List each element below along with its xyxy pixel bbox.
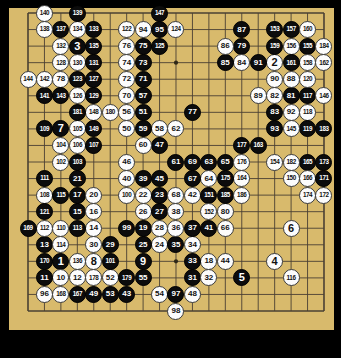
stone-black-37[interactable]: 37 xyxy=(184,220,201,237)
move-number: 18 xyxy=(204,257,213,265)
move-number: 171 xyxy=(319,175,328,181)
move-number: 112 xyxy=(40,225,49,231)
move-number: 89 xyxy=(254,92,263,100)
move-number: 10 xyxy=(56,274,65,282)
stone-black-163[interactable]: 163 xyxy=(250,137,267,154)
move-number: 9 xyxy=(140,256,146,267)
move-number: 122 xyxy=(122,26,131,32)
move-number: 35 xyxy=(172,241,181,249)
stone-white-180[interactable]: 180 xyxy=(102,104,119,121)
stone-black-167[interactable]: 167 xyxy=(69,286,86,303)
move-number: 97 xyxy=(172,290,181,298)
stone-white-44[interactable]: 44 xyxy=(217,253,234,270)
stone-black-73[interactable]: 73 xyxy=(135,54,152,71)
move-number: 168 xyxy=(56,291,65,297)
move-number: 149 xyxy=(89,126,98,132)
move-number: 164 xyxy=(237,175,246,181)
stone-white-144[interactable]: 144 xyxy=(20,71,37,88)
stone-black-170[interactable]: 170 xyxy=(36,253,53,270)
stone-black-65[interactable]: 65 xyxy=(217,154,234,171)
move-number: 181 xyxy=(73,109,82,115)
move-number: 45 xyxy=(155,175,164,183)
stone-black-139[interactable]: 139 xyxy=(69,5,86,22)
move-number: 12 xyxy=(73,274,82,282)
stone-white-176[interactable]: 176 xyxy=(233,154,250,171)
move-number: 20 xyxy=(89,191,98,199)
move-number: 94 xyxy=(139,26,148,34)
move-number: 144 xyxy=(23,76,32,82)
move-number: 85 xyxy=(221,59,230,67)
stone-black-121[interactable]: 121 xyxy=(36,203,53,220)
stone-white-156[interactable]: 156 xyxy=(283,38,300,55)
stone-black-67[interactable]: 67 xyxy=(184,170,201,187)
move-number: 13 xyxy=(40,241,49,249)
move-number: 30 xyxy=(89,241,98,249)
stone-black-79[interactable]: 79 xyxy=(233,38,250,55)
move-number: 117 xyxy=(303,93,312,99)
move-number: 165 xyxy=(303,159,312,165)
move-number: 93 xyxy=(270,125,279,133)
move-number: 141 xyxy=(40,93,49,99)
move-number: 88 xyxy=(287,75,296,83)
move-number: 128 xyxy=(56,60,65,66)
move-number: 72 xyxy=(122,75,131,83)
move-number: 152 xyxy=(204,209,213,215)
stone-white-134[interactable]: 134 xyxy=(69,21,86,38)
stone-white-42[interactable]: 42 xyxy=(184,187,201,204)
stone-white-60[interactable]: 60 xyxy=(135,137,152,154)
move-number: 43 xyxy=(122,290,131,298)
move-number: 109 xyxy=(40,126,49,132)
move-number: 42 xyxy=(188,191,197,199)
move-number: 34 xyxy=(188,241,197,249)
stone-black-17[interactable]: 17 xyxy=(69,187,86,204)
move-number: 132 xyxy=(56,43,65,49)
move-number: 55 xyxy=(139,274,148,282)
move-number: 19 xyxy=(139,224,148,232)
move-number: 79 xyxy=(237,42,246,50)
stone-white-86[interactable]: 86 xyxy=(217,38,234,55)
stone-black-111[interactable]: 111 xyxy=(36,170,53,187)
stone-black-9[interactable]: 9 xyxy=(135,253,152,270)
go-board: 1234567891011121314151617181920212223242… xyxy=(9,8,334,330)
stone-white-182[interactable]: 182 xyxy=(283,154,300,171)
stone-black-99[interactable]: 99 xyxy=(118,220,135,237)
stone-black-175[interactable]: 175 xyxy=(217,170,234,187)
stone-black-103[interactable]: 103 xyxy=(69,154,86,171)
stone-white-112[interactable]: 112 xyxy=(36,220,53,237)
stone-white-142[interactable]: 142 xyxy=(36,71,53,88)
stone-black-83[interactable]: 83 xyxy=(266,104,283,121)
move-number: 123 xyxy=(73,76,82,82)
move-number: 24 xyxy=(155,241,164,249)
stone-black-81[interactable]: 81 xyxy=(283,87,300,104)
move-number: 51 xyxy=(139,108,148,116)
stone-black-61[interactable]: 61 xyxy=(167,154,184,171)
move-number: 166 xyxy=(303,175,312,181)
stone-white-8[interactable]: 8 xyxy=(85,253,102,270)
stone-black-77[interactable]: 77 xyxy=(184,104,201,121)
move-number: 11 xyxy=(40,274,48,282)
stone-black-45[interactable]: 45 xyxy=(151,170,168,187)
stone-black-23[interactable]: 23 xyxy=(151,187,168,204)
move-number: 162 xyxy=(319,60,328,66)
stone-white-148[interactable]: 148 xyxy=(85,104,102,121)
move-number: 118 xyxy=(303,109,312,115)
move-number: 182 xyxy=(286,159,295,165)
stone-white-166[interactable]: 166 xyxy=(299,170,316,187)
move-number: 33 xyxy=(188,257,197,265)
move-number: 100 xyxy=(122,192,131,198)
move-number: 110 xyxy=(56,225,65,231)
stone-white-66[interactable]: 66 xyxy=(217,220,234,237)
move-number: 46 xyxy=(122,158,131,166)
stone-white-54[interactable]: 54 xyxy=(151,286,168,303)
move-number: 70 xyxy=(122,92,131,100)
stone-white-89[interactable]: 89 xyxy=(250,87,267,104)
stone-black-51[interactable]: 51 xyxy=(135,104,152,121)
stone-black-3[interactable]: 3 xyxy=(69,38,86,55)
stone-white-174[interactable]: 174 xyxy=(299,187,316,204)
stone-black-19[interactable]: 19 xyxy=(135,220,152,237)
stone-white-88[interactable]: 88 xyxy=(283,71,300,88)
move-number: 147 xyxy=(155,10,164,16)
stone-black-55[interactable]: 55 xyxy=(135,269,152,286)
stone-black-59[interactable]: 59 xyxy=(135,120,152,137)
move-number: 145 xyxy=(286,126,295,132)
stone-white-118[interactable]: 118 xyxy=(299,104,316,121)
move-number: 41 xyxy=(204,224,213,232)
stone-black-127[interactable]: 127 xyxy=(85,71,102,88)
move-number: 22 xyxy=(139,191,148,199)
move-number: 135 xyxy=(89,43,98,49)
stone-white-186[interactable]: 186 xyxy=(233,187,250,204)
stone-white-52[interactable]: 52 xyxy=(102,269,119,286)
stone-white-56[interactable]: 56 xyxy=(118,104,135,121)
stone-black-95[interactable]: 95 xyxy=(151,21,168,38)
move-number: 62 xyxy=(172,125,181,133)
stone-white-184[interactable]: 184 xyxy=(315,38,332,55)
move-number: 184 xyxy=(319,43,328,49)
stone-white-76[interactable]: 76 xyxy=(118,38,135,55)
stone-black-155[interactable]: 155 xyxy=(299,38,316,55)
stone-white-72[interactable]: 72 xyxy=(118,71,135,88)
move-number: 106 xyxy=(73,142,82,148)
stone-white-110[interactable]: 110 xyxy=(52,220,69,237)
move-number: 98 xyxy=(172,307,181,315)
stone-black-57[interactable]: 57 xyxy=(135,87,152,104)
move-number: 15 xyxy=(73,208,82,216)
move-number: 21 xyxy=(73,175,82,183)
move-number: 6 xyxy=(288,223,294,234)
stone-white-68[interactable]: 68 xyxy=(167,187,184,204)
stone-white-28[interactable]: 28 xyxy=(151,220,168,237)
move-number: 37 xyxy=(188,224,197,232)
move-number: 59 xyxy=(139,125,148,133)
move-number: 87 xyxy=(237,26,246,34)
move-number: 75 xyxy=(139,42,148,50)
move-number: 179 xyxy=(122,275,131,281)
stone-white-100[interactable]: 100 xyxy=(118,187,135,204)
move-number: 175 xyxy=(221,175,230,181)
stone-black-25[interactable]: 25 xyxy=(135,236,152,253)
move-number: 23 xyxy=(155,191,164,199)
move-number: 156 xyxy=(286,43,295,49)
move-number: 151 xyxy=(204,192,213,198)
stone-white-120[interactable]: 120 xyxy=(299,71,316,88)
move-number: 5 xyxy=(239,272,245,283)
move-number: 153 xyxy=(270,26,279,32)
stone-white-48[interactable]: 48 xyxy=(184,286,201,303)
move-number: 4 xyxy=(272,256,278,267)
stone-white-90[interactable]: 90 xyxy=(266,71,283,88)
stone-white-145[interactable]: 145 xyxy=(283,120,300,137)
stone-white-46[interactable]: 46 xyxy=(118,154,135,171)
move-number: 95 xyxy=(155,26,164,34)
move-number: 71 xyxy=(139,75,148,83)
stone-black-15[interactable]: 15 xyxy=(69,203,86,220)
move-number: 113 xyxy=(73,225,82,231)
move-number: 64 xyxy=(204,175,213,183)
move-number: 142 xyxy=(40,76,49,82)
move-number: 146 xyxy=(319,93,328,99)
move-number: 115 xyxy=(56,192,65,198)
move-number: 44 xyxy=(221,257,230,265)
move-number: 127 xyxy=(89,76,98,82)
move-number: 120 xyxy=(303,76,312,82)
stone-white-96[interactable]: 96 xyxy=(36,286,53,303)
move-number: 129 xyxy=(89,93,98,99)
move-number: 170 xyxy=(40,258,49,264)
move-number: 111 xyxy=(40,175,49,181)
stone-white-136[interactable]: 136 xyxy=(69,253,86,270)
move-number: 133 xyxy=(89,26,98,32)
move-number: 161 xyxy=(286,60,295,66)
stone-black-39[interactable]: 39 xyxy=(135,170,152,187)
move-number: 77 xyxy=(188,108,197,116)
move-number: 27 xyxy=(155,208,164,216)
move-number: 65 xyxy=(221,158,230,166)
stone-black-29[interactable]: 29 xyxy=(102,236,119,253)
move-number: 114 xyxy=(56,242,65,248)
move-number: 38 xyxy=(172,208,181,216)
move-number: 25 xyxy=(139,241,148,249)
stone-white-138[interactable]: 138 xyxy=(36,21,53,38)
move-number: 66 xyxy=(221,224,230,232)
move-number: 104 xyxy=(56,142,65,148)
stone-black-33[interactable]: 33 xyxy=(184,253,201,270)
move-number: 82 xyxy=(270,92,279,100)
move-number: 119 xyxy=(303,126,312,132)
stone-black-161[interactable]: 161 xyxy=(283,54,300,71)
move-number: 52 xyxy=(106,274,115,282)
move-number: 137 xyxy=(56,26,65,32)
move-number: 14 xyxy=(89,224,98,232)
move-number: 86 xyxy=(221,42,230,50)
stone-white-80[interactable]: 80 xyxy=(217,203,234,220)
stone-white-130[interactable]: 130 xyxy=(69,54,86,71)
stone-white-92[interactable]: 92 xyxy=(283,104,300,121)
stone-black-169[interactable]: 169 xyxy=(20,220,37,237)
move-number: 148 xyxy=(89,109,98,115)
stone-black-85[interactable]: 85 xyxy=(217,54,234,71)
stone-white-26[interactable]: 26 xyxy=(135,203,152,220)
stone-white-154[interactable]: 154 xyxy=(266,154,283,171)
move-number: 167 xyxy=(73,291,82,297)
move-number: 91 xyxy=(254,59,263,67)
move-number: 3 xyxy=(74,41,80,52)
stone-black-157[interactable]: 157 xyxy=(283,21,300,38)
move-number: 57 xyxy=(139,92,148,100)
move-number: 76 xyxy=(122,42,131,50)
stone-black-47[interactable]: 47 xyxy=(151,137,168,154)
move-number: 116 xyxy=(287,275,296,281)
move-number: 36 xyxy=(172,224,181,232)
move-number: 67 xyxy=(188,175,197,183)
move-number: 83 xyxy=(270,108,279,116)
move-number: 159 xyxy=(270,43,279,49)
stone-white-98[interactable]: 98 xyxy=(167,303,184,320)
stone-black-53[interactable]: 53 xyxy=(102,286,119,303)
stone-black-41[interactable]: 41 xyxy=(200,220,217,237)
move-number: 99 xyxy=(122,224,131,232)
stone-white-140[interactable]: 140 xyxy=(36,5,53,22)
stone-white-14[interactable]: 14 xyxy=(85,220,102,237)
move-number: 16 xyxy=(89,208,98,216)
move-number: 136 xyxy=(73,258,82,264)
stone-black-185[interactable]: 185 xyxy=(217,187,234,204)
stone-black-159[interactable]: 159 xyxy=(266,38,283,55)
stone-white-20[interactable]: 20 xyxy=(85,187,102,204)
stone-black-101[interactable]: 101 xyxy=(102,253,119,270)
stone-black-75[interactable]: 75 xyxy=(135,38,152,55)
stone-white-132[interactable]: 132 xyxy=(52,38,69,55)
stone-black-181[interactable]: 181 xyxy=(69,104,86,121)
move-number: 140 xyxy=(40,10,49,16)
move-number: 108 xyxy=(40,192,49,198)
move-number: 173 xyxy=(319,159,328,165)
stone-black-135[interactable]: 135 xyxy=(85,38,102,55)
stone-white-108[interactable]: 108 xyxy=(36,187,53,204)
move-number: 185 xyxy=(221,192,230,198)
move-number: 28 xyxy=(155,224,164,232)
move-number: 124 xyxy=(171,26,180,32)
move-number: 125 xyxy=(155,43,164,49)
move-number: 63 xyxy=(204,158,213,166)
star-point xyxy=(174,61,178,65)
stone-white-4[interactable]: 4 xyxy=(266,253,283,270)
kifu-screenshot: { "game": "go", "board": { "size": 19, "… xyxy=(0,0,341,358)
move-number: 31 xyxy=(188,274,197,282)
stone-black-125[interactable]: 125 xyxy=(151,38,168,55)
stone-black-151[interactable]: 151 xyxy=(200,187,217,204)
move-number: 96 xyxy=(40,290,49,298)
stone-black-63[interactable]: 63 xyxy=(200,154,217,171)
move-number: 178 xyxy=(89,275,98,281)
stone-white-116[interactable]: 116 xyxy=(283,269,300,286)
stone-white-172[interactable]: 172 xyxy=(315,187,332,204)
move-number: 174 xyxy=(303,192,312,198)
stone-black-147[interactable]: 147 xyxy=(151,5,168,22)
move-number: 160 xyxy=(303,26,312,32)
move-number: 157 xyxy=(286,26,295,32)
move-number: 101 xyxy=(106,258,115,264)
stone-white-6[interactable]: 6 xyxy=(283,220,300,237)
stone-white-78[interactable]: 78 xyxy=(52,71,69,88)
stone-black-165[interactable]: 165 xyxy=(299,154,316,171)
move-number: 84 xyxy=(237,59,246,67)
move-number: 39 xyxy=(139,175,148,183)
stone-white-94[interactable]: 94 xyxy=(135,21,152,38)
move-number: 78 xyxy=(56,75,65,83)
move-number: 81 xyxy=(287,92,296,100)
move-number: 49 xyxy=(89,290,98,298)
move-number: 107 xyxy=(89,142,98,148)
move-number: 47 xyxy=(155,141,164,149)
move-number: 126 xyxy=(73,93,82,99)
move-number: 69 xyxy=(188,158,197,166)
move-number: 177 xyxy=(237,142,246,148)
stone-black-21[interactable]: 21 xyxy=(69,170,86,187)
move-number: 60 xyxy=(139,141,148,149)
move-number: 74 xyxy=(122,59,131,67)
stone-black-115[interactable]: 115 xyxy=(52,187,69,204)
move-number: 103 xyxy=(73,159,82,165)
move-number: 105 xyxy=(73,126,82,132)
stone-white-160[interactable]: 160 xyxy=(299,21,316,38)
stone-black-113[interactable]: 113 xyxy=(69,220,86,237)
stone-black-173[interactable]: 173 xyxy=(315,154,332,171)
move-number: 7 xyxy=(58,123,64,134)
move-number: 53 xyxy=(106,290,115,298)
move-number: 150 xyxy=(286,175,295,181)
move-number: 73 xyxy=(139,59,148,67)
stone-black-69[interactable]: 69 xyxy=(184,154,201,171)
stone-white-150[interactable]: 150 xyxy=(283,170,300,187)
stone-white-126[interactable]: 126 xyxy=(69,87,86,104)
move-number: 183 xyxy=(319,126,328,132)
stone-black-123[interactable]: 123 xyxy=(69,71,86,88)
move-number: 180 xyxy=(106,109,115,115)
move-number: 158 xyxy=(303,60,312,66)
move-number: 40 xyxy=(122,175,131,183)
move-number: 58 xyxy=(155,125,164,133)
move-number: 154 xyxy=(270,159,279,165)
stone-black-91[interactable]: 91 xyxy=(250,54,267,71)
move-number: 131 xyxy=(89,60,98,66)
move-number: 54 xyxy=(155,290,164,298)
move-number: 32 xyxy=(204,274,213,282)
stone-white-106[interactable]: 106 xyxy=(69,137,86,154)
move-number: 169 xyxy=(23,225,32,231)
move-number: 102 xyxy=(56,159,65,165)
move-number: 186 xyxy=(237,192,246,198)
move-number: 163 xyxy=(254,142,263,148)
move-number: 130 xyxy=(73,60,82,66)
move-number: 1 xyxy=(58,256,64,267)
stone-black-43[interactable]: 43 xyxy=(118,286,135,303)
move-number: 172 xyxy=(319,192,328,198)
move-number: 29 xyxy=(106,241,115,249)
move-number: 48 xyxy=(188,290,197,298)
move-number: 90 xyxy=(270,75,279,83)
move-number: 92 xyxy=(287,108,296,116)
move-number: 155 xyxy=(303,43,312,49)
stone-black-71[interactable]: 71 xyxy=(135,71,152,88)
stone-white-102[interactable]: 102 xyxy=(52,154,69,171)
move-number: 68 xyxy=(172,191,181,199)
stone-white-22[interactable]: 22 xyxy=(135,187,152,204)
